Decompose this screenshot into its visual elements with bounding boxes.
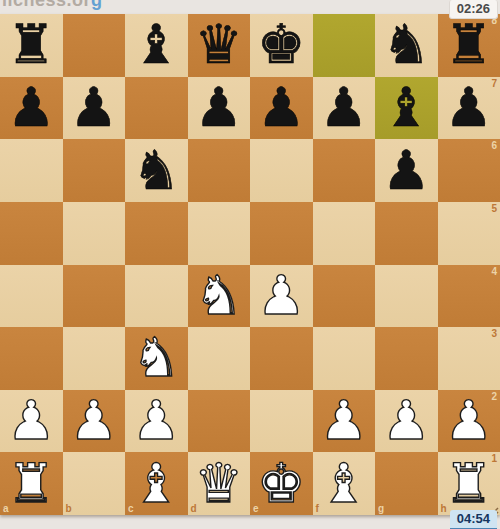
square-d1[interactable]: ♛d xyxy=(188,452,251,515)
square-a3[interactable] xyxy=(0,327,63,390)
square-c8[interactable]: ♝ xyxy=(125,14,188,77)
square-d4[interactable]: ♞ xyxy=(188,265,251,328)
white-king-e1[interactable]: ♚ xyxy=(250,452,313,515)
square-e8[interactable]: ♚ xyxy=(250,14,313,77)
square-f4[interactable] xyxy=(313,265,376,328)
square-g5[interactable] xyxy=(375,202,438,265)
square-h4[interactable]: 4 xyxy=(438,265,500,328)
black-pawn-a7[interactable]: ♟ xyxy=(0,77,63,140)
black-rook-h8[interactable]: ♜ xyxy=(438,14,500,77)
square-h5[interactable]: 5 xyxy=(438,202,500,265)
square-h7[interactable]: ♟7 xyxy=(438,77,500,140)
square-b4[interactable] xyxy=(63,265,126,328)
square-b8[interactable] xyxy=(63,14,126,77)
square-b1[interactable]: b xyxy=(63,452,126,515)
site-wordmark: lichess.org xyxy=(2,0,103,11)
player-clock: 04:54 xyxy=(450,510,497,529)
square-f3[interactable] xyxy=(313,327,376,390)
square-d2[interactable] xyxy=(188,390,251,453)
square-c1[interactable]: ♝c xyxy=(125,452,188,515)
black-king-e8[interactable]: ♚ xyxy=(250,14,313,77)
square-e4[interactable]: ♟ xyxy=(250,265,313,328)
black-bishop-g7[interactable]: ♝ xyxy=(375,77,438,140)
square-c3[interactable]: ♞ xyxy=(125,327,188,390)
white-pawn-b2[interactable]: ♟ xyxy=(63,390,126,453)
square-g6[interactable]: ♟ xyxy=(375,139,438,202)
white-queen-d1[interactable]: ♛ xyxy=(188,452,251,515)
black-queen-d8[interactable]: ♛ xyxy=(188,14,251,77)
square-g3[interactable] xyxy=(375,327,438,390)
square-h1[interactable]: ♜1h xyxy=(438,452,500,515)
square-a4[interactable] xyxy=(0,265,63,328)
square-g8[interactable]: ♞ xyxy=(375,14,438,77)
black-pawn-b7[interactable]: ♟ xyxy=(63,77,126,140)
square-h3[interactable]: 3 xyxy=(438,327,500,390)
square-d7[interactable]: ♟ xyxy=(188,77,251,140)
square-a8[interactable]: ♜ xyxy=(0,14,63,77)
square-b6[interactable] xyxy=(63,139,126,202)
site-wordmark-accent: g xyxy=(91,0,103,10)
black-bishop-c8[interactable]: ♝ xyxy=(125,14,188,77)
black-pawn-e7[interactable]: ♟ xyxy=(250,77,313,140)
opponent-clock: 02:26 xyxy=(449,0,498,19)
square-a6[interactable] xyxy=(0,139,63,202)
square-g4[interactable] xyxy=(375,265,438,328)
page-header: lichess.org xyxy=(0,0,500,14)
square-b3[interactable] xyxy=(63,327,126,390)
white-knight-d4[interactable]: ♞ xyxy=(188,265,251,328)
white-pawn-e4[interactable]: ♟ xyxy=(250,265,313,328)
square-f6[interactable] xyxy=(313,139,376,202)
square-b2[interactable]: ♟ xyxy=(63,390,126,453)
black-pawn-g6[interactable]: ♟ xyxy=(375,139,438,202)
square-g1[interactable]: g xyxy=(375,452,438,515)
white-pawn-f2[interactable]: ♟ xyxy=(313,390,376,453)
square-f8[interactable] xyxy=(313,14,376,77)
square-e7[interactable]: ♟ xyxy=(250,77,313,140)
square-a1[interactable]: ♜a xyxy=(0,452,63,515)
square-e3[interactable] xyxy=(250,327,313,390)
square-c4[interactable] xyxy=(125,265,188,328)
black-pawn-f7[interactable]: ♟ xyxy=(313,77,376,140)
white-pawn-g2[interactable]: ♟ xyxy=(375,390,438,453)
square-d8[interactable]: ♛ xyxy=(188,14,251,77)
rank-label-4: 4 xyxy=(491,266,497,277)
square-f5[interactable] xyxy=(313,202,376,265)
square-b5[interactable] xyxy=(63,202,126,265)
square-a7[interactable]: ♟ xyxy=(0,77,63,140)
square-f1[interactable]: ♝f xyxy=(313,452,376,515)
black-knight-c6[interactable]: ♞ xyxy=(125,139,188,202)
square-e2[interactable] xyxy=(250,390,313,453)
black-knight-g8[interactable]: ♞ xyxy=(375,14,438,77)
white-rook-a1[interactable]: ♜ xyxy=(0,452,63,515)
square-f2[interactable]: ♟ xyxy=(313,390,376,453)
square-a2[interactable]: ♟ xyxy=(0,390,63,453)
white-pawn-c2[interactable]: ♟ xyxy=(125,390,188,453)
square-c2[interactable]: ♟ xyxy=(125,390,188,453)
square-d3[interactable] xyxy=(188,327,251,390)
square-h2[interactable]: ♟2 xyxy=(438,390,500,453)
black-rook-a8[interactable]: ♜ xyxy=(0,14,63,77)
square-c5[interactable] xyxy=(125,202,188,265)
white-knight-c3[interactable]: ♞ xyxy=(125,327,188,390)
square-h6[interactable]: 6 xyxy=(438,139,500,202)
square-e5[interactable] xyxy=(250,202,313,265)
square-h8[interactable]: ♜8 xyxy=(438,14,500,77)
square-b7[interactable]: ♟ xyxy=(63,77,126,140)
black-pawn-h7[interactable]: ♟ xyxy=(438,77,500,140)
chess-board[interactable]: ♜♝♛♚♞♜8♟♟♟♟♟♝♟7♞♟65♞♟4♞3♟♟♟♟♟♟2♜ab♝c♛d♚e… xyxy=(0,14,500,515)
square-e6[interactable] xyxy=(250,139,313,202)
white-pawn-h2[interactable]: ♟ xyxy=(438,390,500,453)
square-d5[interactable] xyxy=(188,202,251,265)
square-a5[interactable] xyxy=(0,202,63,265)
site-wordmark-text: lichess.or xyxy=(2,0,91,10)
square-c6[interactable]: ♞ xyxy=(125,139,188,202)
file-label-g: g xyxy=(378,503,384,514)
square-g7[interactable]: ♝ xyxy=(375,77,438,140)
square-d6[interactable] xyxy=(188,139,251,202)
square-f7[interactable]: ♟ xyxy=(313,77,376,140)
rank-label-5: 5 xyxy=(491,203,497,214)
black-pawn-d7[interactable]: ♟ xyxy=(188,77,251,140)
square-g2[interactable]: ♟ xyxy=(375,390,438,453)
rank-label-6: 6 xyxy=(491,140,497,151)
rank-label-3: 3 xyxy=(491,328,497,339)
white-bishop-c1[interactable]: ♝ xyxy=(125,452,188,515)
square-c7[interactable] xyxy=(125,77,188,140)
square-e1[interactable]: ♚e xyxy=(250,452,313,515)
white-bishop-f1[interactable]: ♝ xyxy=(313,452,376,515)
white-pawn-a2[interactable]: ♟ xyxy=(0,390,63,453)
file-label-b: b xyxy=(66,503,72,514)
